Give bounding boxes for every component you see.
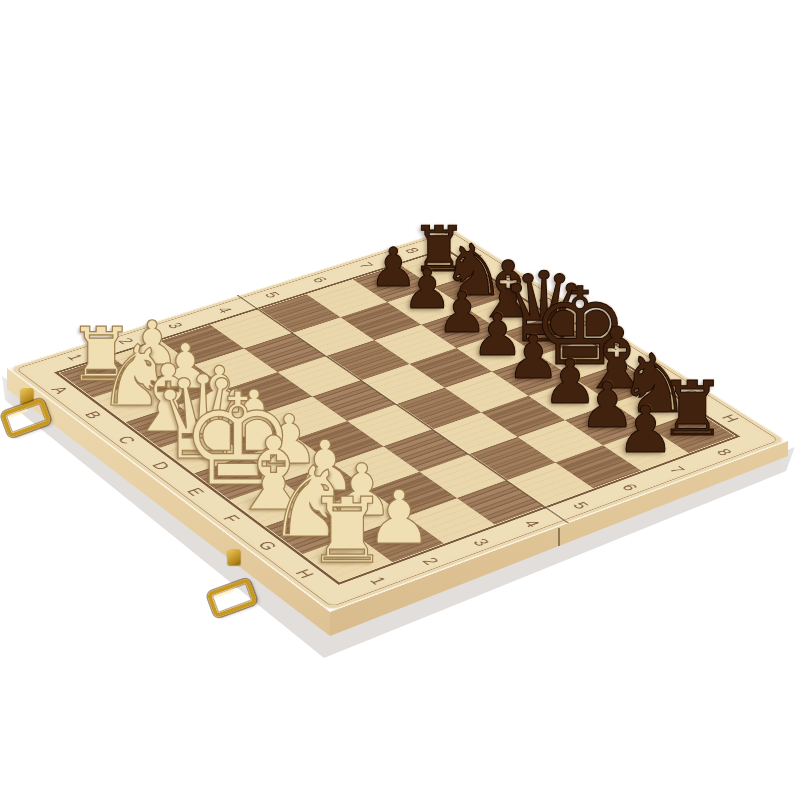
- white-rook-h1: ♜: [307, 486, 388, 577]
- black-pawn-h7: ♟: [616, 398, 674, 463]
- pieces-layer: ♜♞♝♛♚♝♞♜♟♟♟♟♟♟♟♟♟♟♟♟♟♟♟♟♜♞♝♛♚♝♞♜: [0, 0, 800, 800]
- chess-set-photo: AABBCCDDEEFFGGHH1122334455667788 ♜♞♝♛♚♝♞…: [0, 0, 800, 800]
